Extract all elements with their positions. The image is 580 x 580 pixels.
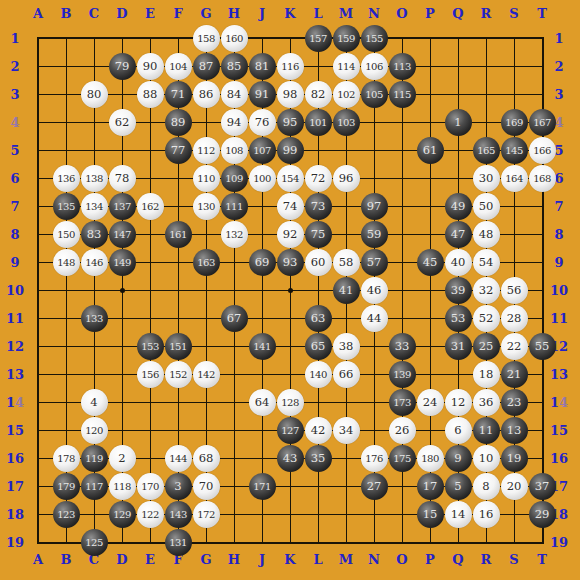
stone-C9: 146 (81, 249, 108, 276)
stone-number: 15 (423, 507, 438, 521)
column-label-L: L (304, 5, 332, 22)
stone-number: 55 (535, 339, 550, 353)
stone-number: 70 (199, 479, 214, 493)
stone-L7: 73 (305, 193, 332, 220)
stone-H5: 108 (221, 137, 248, 164)
stone-number: 80 (87, 87, 102, 101)
stone-Q10: 39 (445, 277, 472, 304)
stone-F18: 143 (165, 501, 192, 528)
stone-C3: 80 (81, 81, 108, 108)
stone-number: 116 (281, 61, 299, 72)
stone-F17: 3 (165, 473, 192, 500)
stone-number: 25 (479, 339, 494, 353)
stone-O16: 175 (389, 445, 416, 472)
stone-F16: 144 (165, 445, 192, 472)
stone-E2: 90 (137, 53, 164, 80)
stone-number: 159 (337, 33, 355, 44)
stone-N3: 105 (361, 81, 388, 108)
stone-number: 4 (90, 395, 97, 409)
stone-number: 139 (393, 369, 411, 380)
stone-J9: 69 (249, 249, 276, 276)
stone-N9: 57 (361, 249, 388, 276)
stone-R9: 54 (473, 249, 500, 276)
stone-B6: 136 (53, 165, 80, 192)
stone-D18: 129 (109, 501, 136, 528)
stone-number: 93 (283, 255, 298, 269)
row-label-digit: 4 (559, 395, 568, 410)
stone-number: 152 (169, 369, 187, 380)
stone-number: 166 (533, 145, 551, 156)
row-label-digit: 9 (15, 535, 24, 550)
stone-Q16: 9 (445, 445, 472, 472)
stone-number: 57 (367, 255, 382, 269)
stone-J14: 64 (249, 389, 276, 416)
stone-number: 65 (311, 339, 326, 353)
stone-Q15: 6 (445, 417, 472, 444)
row-label-digit: 7 (559, 479, 568, 494)
stone-L15: 42 (305, 417, 332, 444)
stone-number: 40 (451, 255, 466, 269)
stone-number: 53 (451, 311, 466, 325)
stone-F13: 152 (165, 361, 192, 388)
stone-K15: 127 (277, 417, 304, 444)
row-label-digit: 5 (10, 143, 19, 158)
stone-E18: 122 (137, 501, 164, 528)
stone-number: 86 (199, 87, 214, 101)
stone-G6: 110 (193, 165, 220, 192)
column-label-A: A (24, 5, 52, 22)
stone-F3: 71 (165, 81, 192, 108)
stone-R17: 8 (473, 473, 500, 500)
stone-G7: 130 (193, 193, 220, 220)
column-label-O: O (388, 5, 416, 22)
stone-T6: 168 (529, 165, 556, 192)
stone-R7: 50 (473, 193, 500, 220)
stone-number: 92 (283, 227, 298, 241)
stone-Q14: 12 (445, 389, 472, 416)
stone-number: 135 (57, 201, 75, 212)
stone-C19: 125 (81, 529, 108, 556)
stone-number: 136 (57, 173, 75, 184)
stone-number: 26 (395, 423, 410, 437)
row-label-digit: 7 (10, 199, 19, 214)
stone-number: 11 (479, 423, 494, 437)
stone-N2: 106 (361, 53, 388, 80)
stone-B17: 179 (53, 473, 80, 500)
stone-number: 173 (393, 397, 411, 408)
stone-B8: 150 (53, 221, 80, 248)
stone-number: 39 (451, 283, 466, 297)
stone-number: 8 (482, 479, 489, 493)
stone-L9: 60 (305, 249, 332, 276)
stone-number: 105 (365, 89, 383, 100)
stone-R10: 32 (473, 277, 500, 304)
stone-number: 114 (337, 61, 355, 72)
stone-number: 64 (255, 395, 270, 409)
stone-number: 33 (395, 339, 410, 353)
stone-R16: 10 (473, 445, 500, 472)
stone-S14: 23 (501, 389, 528, 416)
stone-number: 90 (143, 59, 158, 73)
stone-number: 29 (535, 507, 550, 521)
stone-number: 72 (311, 171, 326, 185)
stone-number: 52 (479, 311, 494, 325)
stone-S13: 21 (501, 361, 528, 388)
column-label-E: E (136, 5, 164, 22)
stone-L16: 35 (305, 445, 332, 472)
row-label-digit: 9 (10, 255, 19, 270)
row-label-digit: 1 (6, 283, 15, 298)
row-label-digit: 6 (15, 451, 24, 466)
stone-P14: 24 (417, 389, 444, 416)
stone-number: 179 (57, 481, 75, 492)
stone-L11: 63 (305, 305, 332, 332)
stone-C11: 133 (81, 305, 108, 332)
stone-S11: 28 (501, 305, 528, 332)
stone-number: 171 (253, 481, 271, 492)
stone-F8: 161 (165, 221, 192, 248)
stone-number: 172 (197, 509, 215, 520)
row-label-digit: 6 (10, 171, 19, 186)
stone-M12: 38 (333, 333, 360, 360)
stone-number: 110 (197, 173, 215, 184)
stone-B18: 123 (53, 501, 80, 528)
stone-number: 107 (253, 145, 271, 156)
stone-M3: 102 (333, 81, 360, 108)
stone-S17: 20 (501, 473, 528, 500)
stone-number: 138 (85, 173, 103, 184)
stone-G2: 87 (193, 53, 220, 80)
stone-number: 164 (505, 173, 523, 184)
column-label-N: N (360, 5, 388, 22)
stone-number: 134 (85, 201, 103, 212)
stone-number: 22 (507, 339, 522, 353)
stone-K8: 92 (277, 221, 304, 248)
stone-B16: 178 (53, 445, 80, 472)
stone-number: 147 (113, 229, 131, 240)
stone-number: 20 (507, 479, 522, 493)
row-label-digit: 1 (559, 311, 568, 326)
stone-number: 1 (454, 115, 461, 129)
stone-J3: 91 (249, 81, 276, 108)
stone-number: 27 (367, 479, 382, 493)
stone-B9: 148 (53, 249, 80, 276)
stone-number: 81 (255, 59, 270, 73)
stone-H7: 111 (221, 193, 248, 220)
stone-number: 157 (309, 33, 327, 44)
stone-G9: 163 (193, 249, 220, 276)
row-label-digit: 2 (15, 339, 24, 354)
stone-F5: 77 (165, 137, 192, 164)
stone-L6: 72 (305, 165, 332, 192)
stone-N10: 46 (361, 277, 388, 304)
stone-number: 67 (227, 311, 242, 325)
stone-E17: 170 (137, 473, 164, 500)
stone-F19: 131 (165, 529, 192, 556)
stone-number: 79 (115, 59, 130, 73)
stone-J6: 100 (249, 165, 276, 192)
stone-number: 151 (169, 341, 187, 352)
stone-S6: 164 (501, 165, 528, 192)
stone-O15: 26 (389, 417, 416, 444)
stone-number: 50 (479, 199, 494, 213)
stone-G16: 68 (193, 445, 220, 472)
stone-number: 117 (85, 481, 103, 492)
stone-number: 149 (113, 257, 131, 268)
stone-H11: 67 (221, 305, 248, 332)
stone-Q8: 47 (445, 221, 472, 248)
stone-number: 74 (283, 199, 298, 213)
stone-O13: 139 (389, 361, 416, 388)
stone-number: 141 (253, 341, 271, 352)
stone-number: 2 (118, 451, 125, 465)
stone-number: 19 (507, 451, 522, 465)
stone-Q7: 49 (445, 193, 472, 220)
stone-G1: 158 (193, 25, 220, 52)
stone-number: 54 (479, 255, 494, 269)
stone-number: 125 (85, 537, 103, 548)
stone-T12: 55 (529, 333, 556, 360)
stone-number: 88 (143, 87, 158, 101)
stone-M6: 96 (333, 165, 360, 192)
stone-number: 137 (113, 201, 131, 212)
stone-H4: 94 (221, 109, 248, 136)
stone-number: 175 (393, 453, 411, 464)
stone-number: 155 (365, 33, 383, 44)
row-label-digit: 4 (10, 115, 19, 130)
stone-number: 113 (393, 61, 411, 72)
row-label-digit: 5 (559, 423, 568, 438)
stone-number: 119 (85, 453, 103, 464)
column-label-D: D (108, 5, 136, 22)
stone-E3: 88 (137, 81, 164, 108)
stone-number: 62 (115, 115, 130, 129)
row-label-digit: 1 (6, 311, 15, 326)
stone-K2: 116 (277, 53, 304, 80)
stone-P17: 17 (417, 473, 444, 500)
stone-number: 13 (507, 423, 522, 437)
stone-H3: 84 (221, 81, 248, 108)
stone-number: 108 (225, 145, 243, 156)
stone-number: 32 (479, 283, 494, 297)
stone-N16: 176 (361, 445, 388, 472)
stone-number: 180 (421, 453, 439, 464)
stone-D4: 62 (109, 109, 136, 136)
stone-number: 128 (281, 397, 299, 408)
stone-number: 98 (283, 87, 298, 101)
column-label-Q: Q (444, 5, 472, 22)
stone-R11: 52 (473, 305, 500, 332)
stone-T17: 37 (529, 473, 556, 500)
stone-E7: 162 (137, 193, 164, 220)
stone-number: 97 (367, 199, 382, 213)
row-label-digit: 1 (6, 367, 15, 382)
row-label-digit: 1 (6, 535, 15, 550)
stone-number: 24 (423, 395, 438, 409)
stone-number: 58 (339, 255, 354, 269)
stone-number: 82 (311, 87, 326, 101)
stone-J17: 171 (249, 473, 276, 500)
stone-number: 14 (451, 507, 466, 521)
stone-number: 35 (311, 451, 326, 465)
stone-number: 122 (141, 509, 159, 520)
stone-C17: 117 (81, 473, 108, 500)
column-label-M: M (332, 5, 360, 22)
column-label-J: J (248, 5, 276, 22)
stone-E12: 153 (137, 333, 164, 360)
stone-T4: 167 (529, 109, 556, 136)
stone-number: 28 (507, 311, 522, 325)
stone-number: 154 (281, 173, 299, 184)
stone-number: 129 (113, 509, 131, 520)
stone-D17: 118 (109, 473, 136, 500)
stone-number: 156 (141, 369, 159, 380)
stone-D8: 147 (109, 221, 136, 248)
stone-R5: 165 (473, 137, 500, 164)
stone-T5: 166 (529, 137, 556, 164)
row-label-digit: 3 (15, 367, 24, 382)
stone-number: 109 (225, 173, 243, 184)
stone-number: 41 (339, 283, 354, 297)
stone-L13: 140 (305, 361, 332, 388)
row-label-digit: 1 (6, 395, 15, 410)
stone-P9: 45 (417, 249, 444, 276)
go-board[interactable]: 1581601571591557990104878581116114106113… (24, 24, 556, 556)
stone-N1: 155 (361, 25, 388, 52)
stone-number: 148 (57, 257, 75, 268)
stone-number: 38 (339, 339, 354, 353)
stone-K14: 128 (277, 389, 304, 416)
star-point-K10 (288, 288, 293, 293)
column-label-H: H (220, 5, 248, 22)
stone-number: 106 (365, 61, 383, 72)
stone-number: 21 (507, 367, 522, 381)
column-label-F: F (164, 5, 192, 22)
stone-number: 178 (57, 453, 75, 464)
stone-number: 10 (479, 451, 494, 465)
stone-R15: 11 (473, 417, 500, 444)
star-point-D10 (120, 288, 125, 293)
stone-number: 153 (141, 341, 159, 352)
stone-M15: 34 (333, 417, 360, 444)
stone-M10: 41 (333, 277, 360, 304)
row-label-digit: 6 (559, 451, 568, 466)
column-label-R: R (472, 5, 500, 22)
column-label-P: P (416, 5, 444, 22)
stone-number: 103 (337, 117, 355, 128)
go-board-screen: ABCDEFGHJKLMNOPQRST ABCDEFGHJKLMNOPQRST … (0, 0, 580, 580)
stone-L1: 157 (305, 25, 332, 52)
stone-number: 120 (85, 425, 103, 436)
stone-H6: 109 (221, 165, 248, 192)
stone-K3: 98 (277, 81, 304, 108)
stone-P5: 61 (417, 137, 444, 164)
stone-R12: 25 (473, 333, 500, 360)
stone-K9: 93 (277, 249, 304, 276)
stone-number: 162 (141, 201, 159, 212)
stone-G18: 172 (193, 501, 220, 528)
stone-number: 131 (169, 537, 187, 548)
row-label-digit: 1 (6, 423, 15, 438)
stone-H2: 85 (221, 53, 248, 80)
stone-N11: 44 (361, 305, 388, 332)
stone-number: 170 (141, 481, 159, 492)
stone-H8: 132 (221, 221, 248, 248)
row-label-digit: 0 (15, 283, 24, 298)
stone-number: 99 (283, 143, 298, 157)
stone-number: 36 (479, 395, 494, 409)
stone-G17: 70 (193, 473, 220, 500)
stone-R14: 36 (473, 389, 500, 416)
stone-D16: 2 (109, 445, 136, 472)
stone-K7: 74 (277, 193, 304, 220)
row-label-digit: 8 (559, 507, 568, 522)
stone-number: 75 (311, 227, 326, 241)
row-label-digit: 9 (559, 535, 568, 550)
stone-M13: 66 (333, 361, 360, 388)
stone-number: 37 (535, 479, 550, 493)
stone-O2: 113 (389, 53, 416, 80)
stone-F4: 89 (165, 109, 192, 136)
stone-number: 142 (197, 369, 215, 380)
column-label-S: S (500, 5, 528, 22)
stone-number: 9 (454, 451, 461, 465)
row-label-digit: 1 (6, 339, 15, 354)
stone-R18: 16 (473, 501, 500, 528)
stone-number: 18 (479, 367, 494, 381)
stone-number: 101 (309, 117, 327, 128)
stone-P18: 15 (417, 501, 444, 528)
stone-number: 16 (479, 507, 494, 521)
stone-L4: 101 (305, 109, 332, 136)
row-label-digit: 7 (15, 479, 24, 494)
stone-number: 132 (225, 229, 243, 240)
stone-O14: 173 (389, 389, 416, 416)
stone-R6: 30 (473, 165, 500, 192)
stone-number: 71 (171, 87, 186, 101)
stone-number: 102 (337, 89, 355, 100)
stone-number: 17 (423, 479, 438, 493)
stone-H1: 160 (221, 25, 248, 52)
stone-C6: 138 (81, 165, 108, 192)
row-label-digit: 1 (6, 479, 15, 494)
stone-D7: 137 (109, 193, 136, 220)
stone-number: 31 (451, 339, 466, 353)
stone-O12: 33 (389, 333, 416, 360)
stone-F2: 104 (165, 53, 192, 80)
column-label-B: B (52, 5, 80, 22)
stone-number: 68 (199, 451, 214, 465)
stone-number: 167 (533, 117, 551, 128)
stone-M4: 103 (333, 109, 360, 136)
stone-G3: 86 (193, 81, 220, 108)
stone-number: 76 (255, 115, 270, 129)
stone-S5: 145 (501, 137, 528, 164)
stone-number: 158 (197, 33, 215, 44)
stone-number: 66 (339, 367, 354, 381)
column-labels-top: ABCDEFGHJKLMNOPQRST (24, 5, 556, 22)
stone-J4: 76 (249, 109, 276, 136)
stone-number: 30 (479, 171, 494, 185)
stone-S15: 13 (501, 417, 528, 444)
stone-number: 44 (367, 311, 382, 325)
stone-G5: 112 (193, 137, 220, 164)
stone-L3: 82 (305, 81, 332, 108)
stone-number: 5 (454, 479, 461, 493)
stone-K5: 99 (277, 137, 304, 164)
row-label-digit: 8 (15, 507, 24, 522)
stone-Q4: 1 (445, 109, 472, 136)
